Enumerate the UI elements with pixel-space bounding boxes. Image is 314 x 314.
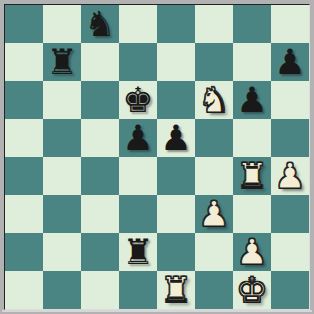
white-pawn[interactable]: ♟ bbox=[274, 157, 305, 195]
square-d4[interactable] bbox=[119, 157, 157, 195]
square-h5[interactable] bbox=[271, 119, 309, 157]
square-h6[interactable] bbox=[271, 81, 309, 119]
square-a3[interactable] bbox=[5, 195, 43, 233]
square-b7[interactable]: ♜ bbox=[43, 43, 81, 81]
square-b3[interactable] bbox=[43, 195, 81, 233]
white-rook[interactable]: ♜ bbox=[160, 271, 191, 309]
square-f2[interactable] bbox=[195, 233, 233, 271]
square-c7[interactable] bbox=[81, 43, 119, 81]
square-f3[interactable]: ♟ bbox=[195, 195, 233, 233]
square-g2[interactable]: ♟ bbox=[233, 233, 271, 271]
square-a7[interactable] bbox=[5, 43, 43, 81]
square-f5[interactable] bbox=[195, 119, 233, 157]
square-g4[interactable]: ♜ bbox=[233, 157, 271, 195]
square-d8[interactable] bbox=[119, 5, 157, 43]
square-e7[interactable] bbox=[157, 43, 195, 81]
square-h4[interactable]: ♟ bbox=[271, 157, 309, 195]
chess-board: ♞♜♟♚♞♟♟♟♜♟♟♜♟♜♚ bbox=[4, 4, 310, 310]
square-f4[interactable] bbox=[195, 157, 233, 195]
square-d2[interactable]: ♜ bbox=[119, 233, 157, 271]
black-rook[interactable]: ♜ bbox=[122, 233, 153, 271]
square-b8[interactable] bbox=[43, 5, 81, 43]
square-a8[interactable] bbox=[5, 5, 43, 43]
square-g5[interactable] bbox=[233, 119, 271, 157]
square-e4[interactable] bbox=[157, 157, 195, 195]
board-frame: ♞♜♟♚♞♟♟♟♜♟♟♜♟♜♚ bbox=[0, 0, 314, 314]
square-a5[interactable] bbox=[5, 119, 43, 157]
white-pawn[interactable]: ♟ bbox=[198, 195, 229, 233]
square-d3[interactable] bbox=[119, 195, 157, 233]
square-h7[interactable]: ♟ bbox=[271, 43, 309, 81]
square-d1[interactable] bbox=[119, 271, 157, 309]
square-h8[interactable] bbox=[271, 5, 309, 43]
black-pawn[interactable]: ♟ bbox=[122, 119, 153, 157]
white-king[interactable]: ♚ bbox=[236, 271, 267, 309]
square-e5[interactable]: ♟ bbox=[157, 119, 195, 157]
square-e2[interactable] bbox=[157, 233, 195, 271]
square-b2[interactable] bbox=[43, 233, 81, 271]
square-c5[interactable] bbox=[81, 119, 119, 157]
square-b1[interactable] bbox=[43, 271, 81, 309]
black-king[interactable]: ♚ bbox=[122, 81, 153, 119]
square-a4[interactable] bbox=[5, 157, 43, 195]
square-e1[interactable]: ♜ bbox=[157, 271, 195, 309]
square-d5[interactable]: ♟ bbox=[119, 119, 157, 157]
square-a2[interactable] bbox=[5, 233, 43, 271]
square-f8[interactable] bbox=[195, 5, 233, 43]
square-f1[interactable] bbox=[195, 271, 233, 309]
white-knight[interactable]: ♞ bbox=[198, 81, 229, 119]
square-b6[interactable] bbox=[43, 81, 81, 119]
square-d7[interactable] bbox=[119, 43, 157, 81]
black-pawn[interactable]: ♟ bbox=[274, 43, 305, 81]
square-e3[interactable] bbox=[157, 195, 195, 233]
square-h3[interactable] bbox=[271, 195, 309, 233]
square-h2[interactable] bbox=[271, 233, 309, 271]
square-c6[interactable] bbox=[81, 81, 119, 119]
square-e8[interactable] bbox=[157, 5, 195, 43]
square-c8[interactable]: ♞ bbox=[81, 5, 119, 43]
square-g8[interactable] bbox=[233, 5, 271, 43]
square-c2[interactable] bbox=[81, 233, 119, 271]
square-c3[interactable] bbox=[81, 195, 119, 233]
square-b5[interactable] bbox=[43, 119, 81, 157]
square-e6[interactable] bbox=[157, 81, 195, 119]
square-f6[interactable]: ♞ bbox=[195, 81, 233, 119]
black-pawn[interactable]: ♟ bbox=[160, 119, 191, 157]
square-a1[interactable] bbox=[5, 271, 43, 309]
square-a6[interactable] bbox=[5, 81, 43, 119]
square-c1[interactable] bbox=[81, 271, 119, 309]
square-g6[interactable]: ♟ bbox=[233, 81, 271, 119]
square-d6[interactable]: ♚ bbox=[119, 81, 157, 119]
white-rook[interactable]: ♜ bbox=[236, 157, 267, 195]
square-f7[interactable] bbox=[195, 43, 233, 81]
white-pawn[interactable]: ♟ bbox=[236, 233, 267, 271]
black-pawn[interactable]: ♟ bbox=[236, 81, 267, 119]
black-knight[interactable]: ♞ bbox=[84, 5, 115, 43]
square-g7[interactable] bbox=[233, 43, 271, 81]
square-g3[interactable] bbox=[233, 195, 271, 233]
square-g1[interactable]: ♚ bbox=[233, 271, 271, 309]
square-h1[interactable] bbox=[271, 271, 309, 309]
square-c4[interactable] bbox=[81, 157, 119, 195]
black-rook[interactable]: ♜ bbox=[46, 43, 77, 81]
square-b4[interactable] bbox=[43, 157, 81, 195]
